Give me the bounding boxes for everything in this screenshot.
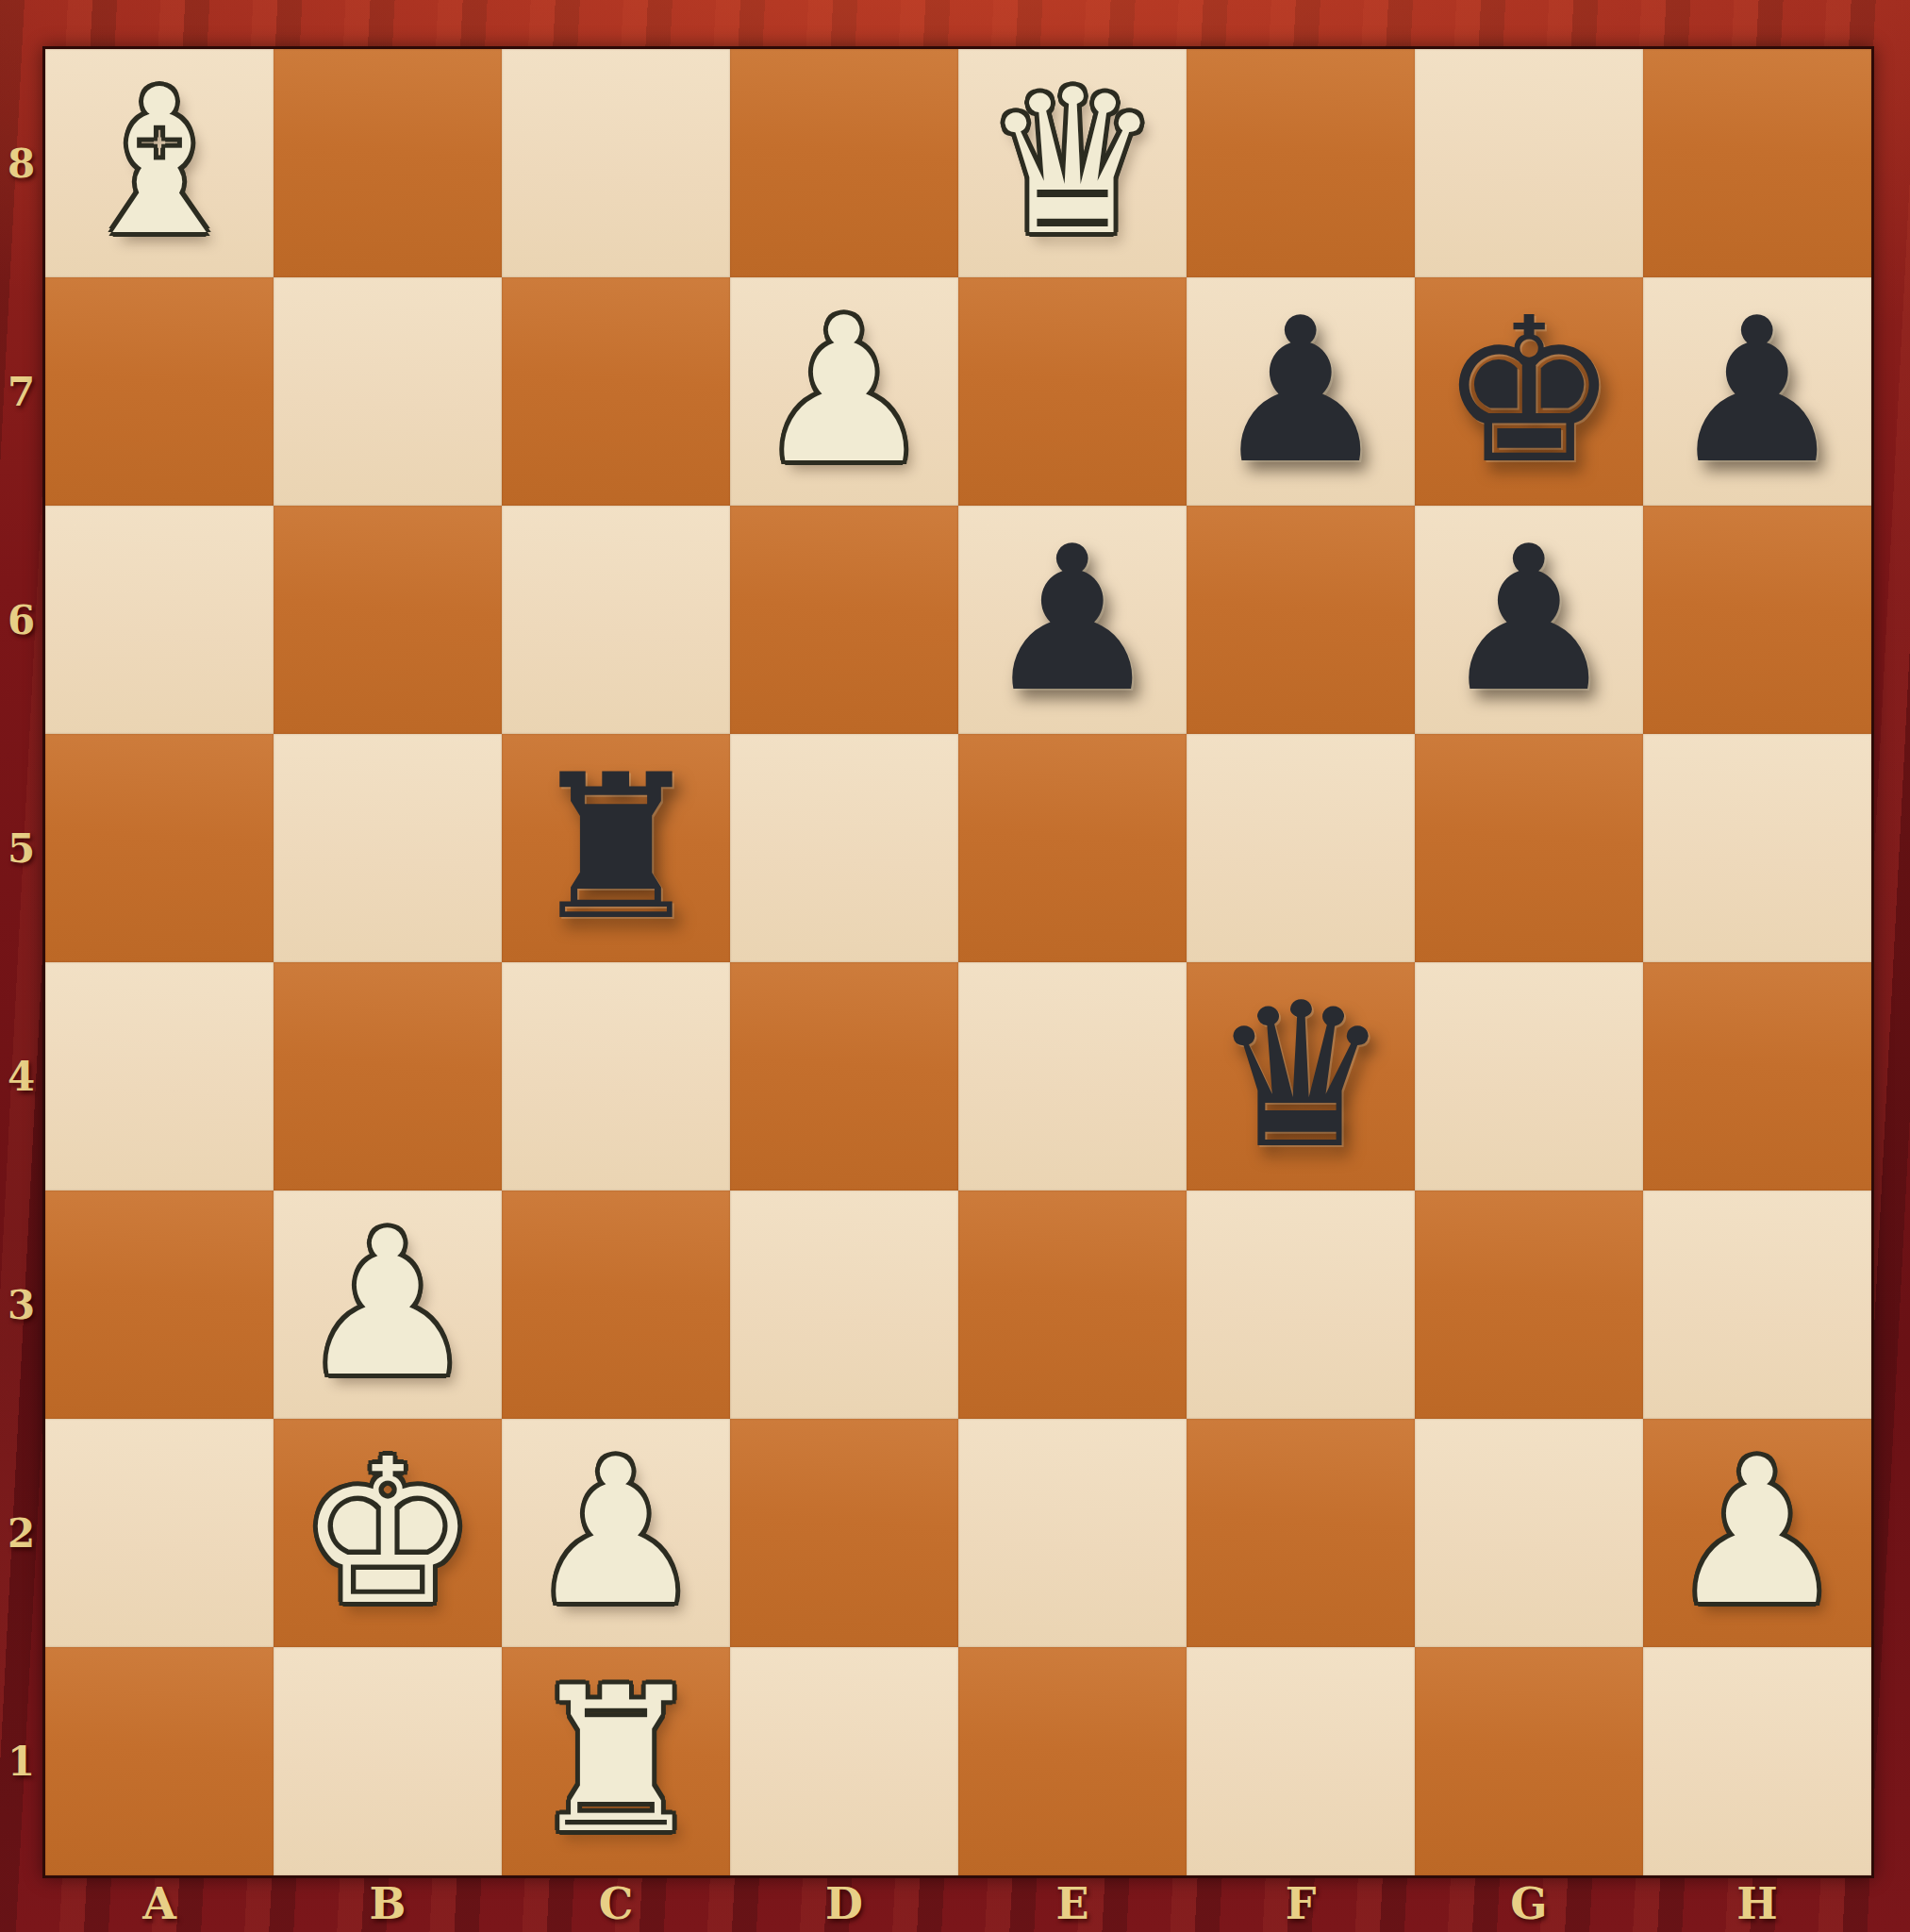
piece-white-pawn-b3[interactable]: ♟ [298,1205,477,1405]
square-c1[interactable]: ♜ [502,1647,730,1875]
square-a3[interactable] [45,1191,274,1419]
square-d4[interactable] [730,962,958,1191]
piece-white-pawn-d7[interactable]: ♟ [755,291,934,491]
rank-label-4: 4 [0,962,42,1191]
square-a5[interactable] [45,734,274,962]
chess-board: ♝♛♟♟♚♟♟♟♜♛♟♚♟♟♜ [42,46,1874,1878]
rank-label-5: 5 [0,734,42,962]
square-g7[interactable]: ♚ [1415,277,1643,506]
square-h1[interactable] [1643,1647,1871,1875]
square-a7[interactable] [45,277,274,506]
piece-white-king-b2[interactable]: ♚ [298,1433,477,1633]
square-e6[interactable]: ♟ [958,506,1187,734]
square-a6[interactable] [45,506,274,734]
file-labels: ABCDEFGH [45,1874,1871,1932]
rank-label-7: 7 [0,277,42,506]
square-g3[interactable] [1415,1191,1643,1419]
square-e8[interactable]: ♛ [958,49,1187,277]
square-f1[interactable] [1187,1647,1415,1875]
rank-label-1: 1 [0,1647,42,1875]
file-label-a: A [45,1874,274,1932]
square-e7[interactable] [958,277,1187,506]
file-label-e: E [958,1874,1187,1932]
square-d2[interactable] [730,1419,958,1647]
square-g8[interactable] [1415,49,1643,277]
square-f7[interactable]: ♟ [1187,277,1415,506]
square-a4[interactable] [45,962,274,1191]
square-h4[interactable] [1643,962,1871,1191]
square-f6[interactable] [1187,506,1415,734]
square-d3[interactable] [730,1191,958,1419]
square-c2[interactable]: ♟ [502,1419,730,1647]
square-b8[interactable] [274,49,502,277]
square-b3[interactable]: ♟ [274,1191,502,1419]
square-g2[interactable] [1415,1419,1643,1647]
square-b2[interactable]: ♚ [274,1419,502,1647]
piece-white-queen-e8[interactable]: ♛ [983,63,1162,263]
square-d6[interactable] [730,506,958,734]
square-h5[interactable] [1643,734,1871,962]
rank-label-3: 3 [0,1191,42,1419]
square-h8[interactable] [1643,49,1871,277]
square-f5[interactable] [1187,734,1415,962]
file-label-f: F [1187,1874,1415,1932]
square-c4[interactable] [502,962,730,1191]
square-c5[interactable]: ♜ [502,734,730,962]
square-c3[interactable] [502,1191,730,1419]
rank-labels: 87654321 [0,49,42,1875]
square-b1[interactable] [274,1647,502,1875]
file-label-d: D [730,1874,958,1932]
square-f2[interactable] [1187,1419,1415,1647]
square-a8[interactable]: ♝ [45,49,274,277]
square-h2[interactable]: ♟ [1643,1419,1871,1647]
file-label-c: C [502,1874,730,1932]
piece-white-rook-c1[interactable]: ♜ [526,1661,706,1861]
square-h3[interactable] [1643,1191,1871,1419]
square-b5[interactable] [274,734,502,962]
piece-black-king-g7[interactable]: ♚ [1439,291,1619,491]
square-d7[interactable]: ♟ [730,277,958,506]
square-d5[interactable] [730,734,958,962]
rank-label-8: 8 [0,49,42,277]
rank-label-6: 6 [0,506,42,734]
square-e2[interactable] [958,1419,1187,1647]
square-g5[interactable] [1415,734,1643,962]
piece-black-queen-f4[interactable]: ♛ [1211,976,1390,1176]
square-b7[interactable] [274,277,502,506]
square-f4[interactable]: ♛ [1187,962,1415,1191]
square-c8[interactable] [502,49,730,277]
piece-black-pawn-h7[interactable]: ♟ [1668,291,1847,491]
file-label-g: G [1415,1874,1643,1932]
square-f8[interactable] [1187,49,1415,277]
square-e1[interactable] [958,1647,1187,1875]
square-d1[interactable] [730,1647,958,1875]
square-e5[interactable] [958,734,1187,962]
square-g1[interactable] [1415,1647,1643,1875]
square-h6[interactable] [1643,506,1871,734]
piece-black-pawn-f7[interactable]: ♟ [1211,291,1390,491]
square-g4[interactable] [1415,962,1643,1191]
square-b6[interactable] [274,506,502,734]
piece-black-rook-c5[interactable]: ♜ [526,748,706,948]
square-d8[interactable] [730,49,958,277]
square-h7[interactable]: ♟ [1643,277,1871,506]
square-b4[interactable] [274,962,502,1191]
square-f3[interactable] [1187,1191,1415,1419]
square-a2[interactable] [45,1419,274,1647]
file-label-h: H [1643,1874,1871,1932]
square-g6[interactable]: ♟ [1415,506,1643,734]
rank-label-2: 2 [0,1419,42,1647]
square-e4[interactable] [958,962,1187,1191]
piece-white-bishop-a8[interactable]: ♝ [70,63,249,263]
piece-black-pawn-e6[interactable]: ♟ [983,520,1162,720]
piece-white-pawn-c2[interactable]: ♟ [526,1433,706,1633]
square-e3[interactable] [958,1191,1187,1419]
piece-black-pawn-g6[interactable]: ♟ [1439,520,1619,720]
square-c7[interactable] [502,277,730,506]
piece-white-pawn-h2[interactable]: ♟ [1668,1433,1847,1633]
square-a1[interactable] [45,1647,274,1875]
square-c6[interactable] [502,506,730,734]
file-label-b: B [274,1874,502,1932]
